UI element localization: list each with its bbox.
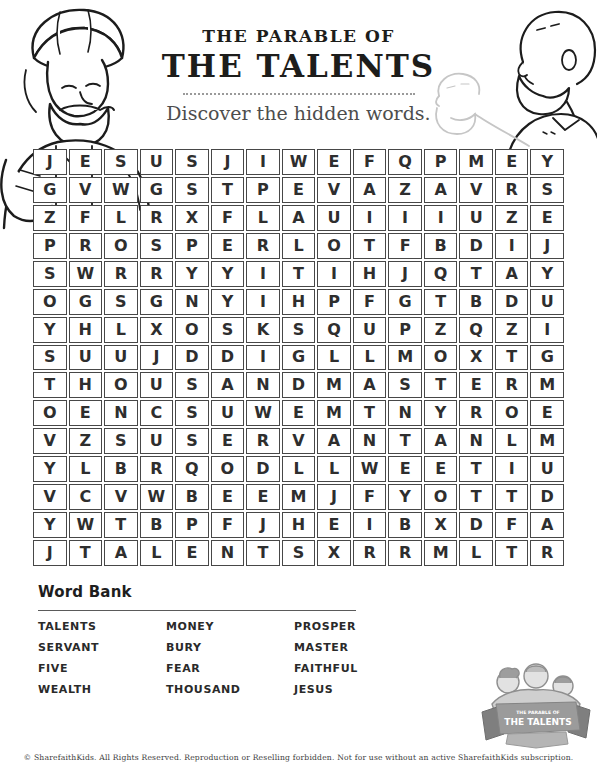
grid-cell-r9c12[interactable]: T [424,372,458,398]
grid-cell-r7c1[interactable]: Y [33,317,67,343]
grid-cell-r4c8[interactable]: L [282,233,316,259]
grid-cell-r6c8[interactable]: H [282,289,316,315]
word-bank-column-3: PROSPERMASTERFAITHFULJESUS [294,621,358,705]
grid-cell-r6c6[interactable]: Y [211,289,245,315]
grid-cell-r15c13[interactable]: L [459,540,493,566]
grid-cell-r1c9[interactable]: E [317,149,351,175]
grid-cell-r1c7[interactable]: I [246,149,280,175]
grid-cell-r14c5[interactable]: P [175,512,209,538]
grid-cell-r9c2[interactable]: H [69,372,103,398]
grid-cell-r13c15[interactable]: D [530,484,564,510]
grid-cell-r4c11[interactable]: F [388,233,422,259]
grid-cell-r12c15[interactable]: U [530,456,564,482]
badge-title-line1: THE PARABLE OF [516,710,560,715]
grid-cell-r9c4[interactable]: U [140,372,174,398]
grid-cell-r10c3[interactable]: N [104,400,138,426]
grid-cell-r8c15[interactable]: G [530,345,564,371]
grid-cell-r7c7[interactable]: K [246,317,280,343]
grid-cell-r10c10[interactable]: T [353,400,387,426]
grid-cell-r12c2[interactable]: L [69,456,103,482]
grid-cell-r2c1[interactable]: G [33,177,67,203]
grid-cell-r7c14[interactable]: Z [495,317,529,343]
word-bank-item: TALENTS [38,621,166,632]
lesson-badge: THE PARABLE OF THE TALENTS [478,660,594,752]
badge-title-line2: THE TALENTS [504,717,571,727]
grid-cell-r11c15[interactable]: M [530,428,564,454]
grid-cell-r11c10[interactable]: N [353,428,387,454]
page-subtitle: Discover the hidden words. [0,102,597,124]
grid-cell-r7c6[interactable]: S [211,317,245,343]
grid-cell-r10c6[interactable]: U [211,400,245,426]
grid-cell-r6c15[interactable]: U [530,289,564,315]
grid-cell-r14c15[interactable]: A [530,512,564,538]
grid-cell-r13c6[interactable]: E [211,484,245,510]
grid-cell-r9c3[interactable]: O [104,372,138,398]
grid-cell-r7c13[interactable]: Q [459,317,493,343]
grid-cell-r2c14[interactable]: R [495,177,529,203]
grid-cell-r1c5[interactable]: S [175,149,209,175]
word-bank-column-1: TALENTSSERVANTFIVEWEALTH [38,621,166,705]
grid-cell-r8c5[interactable]: D [175,345,209,371]
grid-cell-r1c15[interactable]: Y [530,149,564,175]
grid-cell-r9c6[interactable]: A [211,372,245,398]
grid-cell-r9c15[interactable]: M [530,372,564,398]
grid-cell-r9c9[interactable]: M [317,372,351,398]
grid-cell-r12c3[interactable]: B [104,456,138,482]
grid-cell-r10c11[interactable]: N [388,400,422,426]
grid-cell-r1c12[interactable]: P [424,149,458,175]
grid-cell-r1c6[interactable]: J [211,149,245,175]
grid-cell-r6c11[interactable]: G [388,289,422,315]
grid-cell-r3c12[interactable]: I [424,205,458,231]
grid-cell-r10c13[interactable]: R [459,400,493,426]
word-bank-heading: Word Bank [38,583,378,601]
grid-cell-r14c3[interactable]: T [104,512,138,538]
grid-cell-r15c4[interactable]: L [140,540,174,566]
grid-cell-r6c4[interactable]: G [140,289,174,315]
grid-cell-r2c13[interactable]: V [459,177,493,203]
grid-cell-r3c8[interactable]: A [282,205,316,231]
grid-cell-r3c4[interactable]: R [140,205,174,231]
word-bank-columns: TALENTSSERVANTFIVEWEALTHMONEYBURYFEARTHO… [38,621,378,705]
grid-cell-r15c8[interactable]: S [282,540,316,566]
grid-cell-r5c2[interactable]: W [69,261,103,287]
grid-cell-r9c14[interactable]: R [495,372,529,398]
grid-cell-r11c7[interactable]: R [246,428,280,454]
grid-cell-r11c14[interactable]: L [495,428,529,454]
grid-cell-r8c13[interactable]: X [459,345,493,371]
word-bank: Word Bank TALENTSSERVANTFIVEWEALTHMONEYB… [38,583,378,705]
grid-cell-r14c6[interactable]: F [211,512,245,538]
grid-cell-r2c3[interactable]: W [104,177,138,203]
grid-cell-r12c8[interactable]: L [282,456,316,482]
grid-cell-r1c13[interactable]: M [459,149,493,175]
grid-cell-r10c9[interactable]: M [317,400,351,426]
grid-cell-r5c12[interactable]: Q [424,261,458,287]
grid-cell-r4c9[interactable]: O [317,233,351,259]
grid-cell-r2c8[interactable]: E [282,177,316,203]
grid-cell-r15c2[interactable]: T [69,540,103,566]
grid-cell-r10c2[interactable]: E [69,400,103,426]
grid-cell-r13c9[interactable]: J [317,484,351,510]
grid-cell-r9c10[interactable]: A [353,372,387,398]
word-bank-item: FEAR [166,663,294,674]
grid-cell-r5c5[interactable]: Y [175,261,209,287]
word-bank-item: PROSPER [294,621,358,632]
grid-cell-r7c8[interactable]: S [282,317,316,343]
grid-cell-r3c1[interactable]: Z [33,205,67,231]
word-bank-item: FIVE [38,663,166,674]
grid-cell-r11c1[interactable]: V [33,428,67,454]
grid-cell-r15c1[interactable]: J [33,540,67,566]
grid-cell-r2c10[interactable]: A [353,177,387,203]
grid-cell-r8c14[interactable]: T [495,345,529,371]
grid-cell-r4c6[interactable]: E [211,233,245,259]
grid-cell-r14c14[interactable]: F [495,512,529,538]
grid-cell-r8c2[interactable]: U [69,345,103,371]
grid-cell-r9c13[interactable]: E [459,372,493,398]
grid-cell-r8c10[interactable]: L [353,345,387,371]
grid-cell-r12c7[interactable]: D [246,456,280,482]
grid-cell-r14c8[interactable]: H [282,512,316,538]
grid-cell-r13c7[interactable]: E [246,484,280,510]
grid-cell-r6c2[interactable]: G [69,289,103,315]
word-bank-item: FAITHFUL [294,663,358,674]
grid-cell-r12c6[interactable]: O [211,456,245,482]
grid-cell-r8c11[interactable]: M [388,345,422,371]
grid-cell-r5c6[interactable]: Y [211,261,245,287]
grid-cell-r5c13[interactable]: T [459,261,493,287]
grid-cell-r4c14[interactable]: I [495,233,529,259]
grid-cell-r8c1[interactable]: S [33,345,67,371]
grid-cell-r7c5[interactable]: O [175,317,209,343]
grid-cell-r6c14[interactable]: D [495,289,529,315]
grid-cell-r14c7[interactable]: J [246,512,280,538]
grid-cell-r1c2[interactable]: E [69,149,103,175]
grid-cell-r11c8[interactable]: V [282,428,316,454]
word-bank-item: MONEY [166,621,294,632]
grid-cell-r11c13[interactable]: N [459,428,493,454]
grid-cell-r13c14[interactable]: T [495,484,529,510]
grid-cell-r14c2[interactable]: W [69,512,103,538]
grid-cell-r7c4[interactable]: X [140,317,174,343]
grid-cell-r13c1[interactable]: V [33,484,67,510]
grid-cell-r5c3[interactable]: R [104,261,138,287]
grid-cell-r1c3[interactable]: S [104,149,138,175]
word-search-grid[interactable]: JESUSJIWEFQPMEYGVWGSTPEVAZAVRSZFLRXFLAUI… [33,149,564,566]
grid-cell-r2c4[interactable]: G [140,177,174,203]
word-bank-item: THOUSAND [166,684,294,695]
grid-cell-r7c3[interactable]: L [104,317,138,343]
grid-cell-r8c6[interactable]: D [211,345,245,371]
grid-cell-r3c13[interactable]: U [459,205,493,231]
grid-cell-r4c1[interactable]: P [33,233,67,259]
grid-cell-r12c4[interactable]: R [140,456,174,482]
grid-cell-r5c9[interactable]: I [317,261,351,287]
grid-cell-r15c6[interactable]: N [211,540,245,566]
grid-cell-r15c15[interactable]: R [530,540,564,566]
grid-cell-r10c4[interactable]: C [140,400,174,426]
page-title-line2: THE TALENTS [0,48,597,84]
grid-cell-r2c5[interactable]: S [175,177,209,203]
grid-cell-r11c5[interactable]: S [175,428,209,454]
word-bank-item: JESUS [294,684,358,695]
grid-cell-r13c2[interactable]: C [69,484,103,510]
grid-cell-r1c8[interactable]: W [282,149,316,175]
grid-cell-r1c1[interactable]: J [33,149,67,175]
word-bank-item: WEALTH [38,684,166,695]
grid-cell-r4c4[interactable]: S [140,233,174,259]
grid-cell-r3c11[interactable]: I [388,205,422,231]
grid-cell-r11c11[interactable]: T [388,428,422,454]
grid-cell-r14c12[interactable]: X [424,512,458,538]
grid-cell-r12c1[interactable]: Y [33,456,67,482]
grid-cell-r3c15[interactable]: E [530,205,564,231]
dotted-divider [183,93,415,95]
grid-cell-r8c4[interactable]: J [140,345,174,371]
grid-cell-r11c3[interactable]: S [104,428,138,454]
grid-cell-r10c7[interactable]: W [246,400,280,426]
grid-cell-r9c8[interactable]: D [282,372,316,398]
grid-cell-r6c10[interactable]: F [353,289,387,315]
grid-cell-r2c12[interactable]: A [424,177,458,203]
grid-cell-r12c9[interactable]: L [317,456,351,482]
grid-cell-r9c5[interactable]: S [175,372,209,398]
grid-cell-r6c12[interactable]: T [424,289,458,315]
grid-cell-r2c15[interactable]: S [530,177,564,203]
grid-cell-r3c10[interactable]: I [353,205,387,231]
grid-cell-r5c11[interactable]: J [388,261,422,287]
grid-cell-r14c10[interactable]: I [353,512,387,538]
page-title-line1: THE PARABLE OF [0,26,597,46]
grid-cell-r5c4[interactable]: R [140,261,174,287]
grid-cell-r7c11[interactable]: P [388,317,422,343]
word-bank-item: BURY [166,642,294,653]
grid-cell-r4c5[interactable]: P [175,233,209,259]
grid-cell-r7c12[interactable]: Z [424,317,458,343]
grid-cell-r15c5[interactable]: E [175,540,209,566]
grid-cell-r14c1[interactable]: Y [33,512,67,538]
word-bank-item: MASTER [294,642,358,653]
grid-cell-r11c4[interactable]: U [140,428,174,454]
grid-cell-r2c6[interactable]: T [211,177,245,203]
grid-cell-r12c13[interactable]: T [459,456,493,482]
grid-cell-r5c10[interactable]: H [353,261,387,287]
grid-cell-r7c15[interactable]: I [530,317,564,343]
grid-cell-r13c12[interactable]: O [424,484,458,510]
grid-cell-r15c12[interactable]: M [424,540,458,566]
grid-cell-r12c12[interactable]: E [424,456,458,482]
grid-cell-r2c9[interactable]: V [317,177,351,203]
grid-cell-r10c1[interactable]: O [33,400,67,426]
grid-cell-r4c15[interactable]: J [530,233,564,259]
grid-cell-r4c2[interactable]: R [69,233,103,259]
grid-cell-r10c8[interactable]: E [282,400,316,426]
grid-cell-r8c12[interactable]: O [424,345,458,371]
grid-cell-r7c10[interactable]: U [353,317,387,343]
grid-cell-r15c14[interactable]: T [495,540,529,566]
grid-cell-r8c9[interactable]: L [317,345,351,371]
word-bank-rule [38,610,356,611]
grid-cell-r14c13[interactable]: D [459,512,493,538]
header: THE PARABLE OF THE TALENTS Discover the … [0,26,597,124]
grid-cell-r4c3[interactable]: O [104,233,138,259]
grid-cell-r9c11[interactable]: S [388,372,422,398]
grid-cell-r4c7[interactable]: R [246,233,280,259]
grid-cell-r4c12[interactable]: B [424,233,458,259]
grid-cell-r1c11[interactable]: Q [388,149,422,175]
grid-cell-r13c10[interactable]: F [353,484,387,510]
grid-cell-r12c10[interactable]: W [353,456,387,482]
grid-cell-r7c2[interactable]: H [69,317,103,343]
grid-cell-r2c7[interactable]: P [246,177,280,203]
grid-cell-r6c3[interactable]: S [104,289,138,315]
grid-cell-r5c8[interactable]: T [282,261,316,287]
word-bank-column-2: MONEYBURYFEARTHOUSAND [166,621,294,705]
grid-cell-r14c9[interactable]: E [317,512,351,538]
grid-cell-r3c3[interactable]: L [104,205,138,231]
grid-cell-r9c7[interactable]: N [246,372,280,398]
grid-cell-r6c7[interactable]: I [246,289,280,315]
grid-cell-r10c15[interactable]: E [530,400,564,426]
grid-cell-r15c10[interactable]: R [353,540,387,566]
grid-cell-r13c3[interactable]: V [104,484,138,510]
grid-cell-r13c11[interactable]: Y [388,484,422,510]
grid-cell-r6c9[interactable]: P [317,289,351,315]
grid-cell-r5c7[interactable]: I [246,261,280,287]
grid-cell-r12c5[interactable]: Q [175,456,209,482]
grid-cell-r3c2[interactable]: F [69,205,103,231]
grid-cell-r13c4[interactable]: W [140,484,174,510]
grid-cell-r13c5[interactable]: B [175,484,209,510]
grid-cell-r3c7[interactable]: L [246,205,280,231]
grid-cell-r7c9[interactable]: Q [317,317,351,343]
grid-cell-r3c14[interactable]: Z [495,205,529,231]
word-bank-item: SERVANT [38,642,166,653]
grid-cell-r12c11[interactable]: E [388,456,422,482]
grid-cell-r1c14[interactable]: E [495,149,529,175]
grid-cell-r11c6[interactable]: E [211,428,245,454]
grid-cell-r13c13[interactable]: T [459,484,493,510]
grid-cell-r4c13[interactable]: D [459,233,493,259]
grid-cell-r1c10[interactable]: F [353,149,387,175]
grid-cell-r10c14[interactable]: O [495,400,529,426]
grid-cell-r13c8[interactable]: M [282,484,316,510]
grid-cell-r11c12[interactable]: A [424,428,458,454]
grid-cell-r4c10[interactable]: T [353,233,387,259]
grid-cell-r10c12[interactable]: Y [424,400,458,426]
grid-cell-r8c3[interactable]: U [104,345,138,371]
grid-cell-r15c9[interactable]: X [317,540,351,566]
grid-cell-r8c8[interactable]: G [282,345,316,371]
grid-cell-r3c9[interactable]: U [317,205,351,231]
grid-cell-r5c14[interactable]: A [495,261,529,287]
grid-cell-r14c11[interactable]: B [388,512,422,538]
grid-cell-r1c4[interactable]: U [140,149,174,175]
worksheet-page: THE PARABLE OF THE TALENTS Discover the … [0,0,597,776]
grid-cell-r15c11[interactable]: R [388,540,422,566]
grid-cell-r8c7[interactable]: I [246,345,280,371]
grid-cell-r6c1[interactable]: O [33,289,67,315]
grid-cell-r11c9[interactable]: A [317,428,351,454]
grid-cell-r3c6[interactable]: F [211,205,245,231]
grid-cell-r14c4[interactable]: B [140,512,174,538]
grid-cell-r2c11[interactable]: Z [388,177,422,203]
copyright-footer: © SharefaithKids. All Rights Reserved. R… [0,753,597,762]
grid-cell-r6c13[interactable]: B [459,289,493,315]
grid-cell-r11c2[interactable]: Z [69,428,103,454]
grid-cell-r10c5[interactable]: S [175,400,209,426]
grid-cell-r15c3[interactable]: A [104,540,138,566]
grid-cell-r12c14[interactable]: I [495,456,529,482]
grid-cell-r3c5[interactable]: X [175,205,209,231]
grid-cell-r6c5[interactable]: N [175,289,209,315]
grid-cell-r5c15[interactable]: Y [530,261,564,287]
grid-cell-r5c1[interactable]: S [33,261,67,287]
grid-cell-r15c7[interactable]: T [246,540,280,566]
grid-cell-r2c2[interactable]: V [69,177,103,203]
grid-cell-r9c1[interactable]: T [33,372,67,398]
